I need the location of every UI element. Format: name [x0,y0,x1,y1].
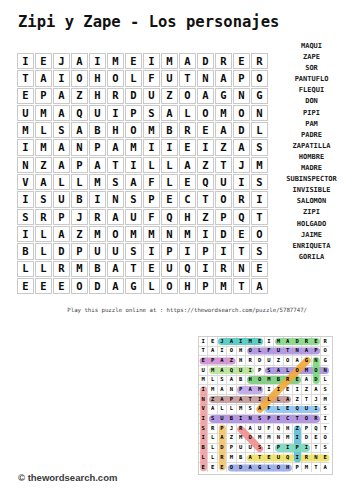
grid-cell: I [17,226,34,242]
grid-cell: L [251,122,268,138]
solution-cell: M [302,463,310,472]
solution-cell: I [302,444,310,453]
grid-cell: O [107,70,124,86]
grid-cell: S [251,243,268,259]
grid-cell: M [89,174,106,190]
solution-cell: S [218,376,226,385]
grid-cell: L [35,122,52,138]
puzzle-url[interactable]: https://thewordsearch.com/puzzle/5787747… [167,307,307,313]
solution-cell: I [312,405,320,414]
grid-cell: R [215,261,232,277]
grid-cell: I [17,139,34,155]
solution-cell: T [199,347,207,356]
grid-cell: E [233,226,250,242]
grid-cell: D [215,226,232,242]
grid-cell: O [71,278,88,294]
grid-cell: M [35,105,52,121]
solution-cell: A [293,356,301,365]
solution-cell: N [293,347,301,356]
solution-cell: E [274,415,282,424]
grid-cell: P [71,157,88,173]
grid-cell: U [17,105,34,121]
grid-cell: A [215,70,232,86]
solution-cell: L [321,376,329,385]
solution-cell: E [312,434,320,443]
grid-cell: O [107,226,124,242]
solution-cell: T [255,453,263,462]
solution-cell: O [255,376,263,385]
solution-cell: P [227,395,235,404]
solution-cell: J [227,424,235,433]
grid-cell: O [251,70,268,86]
solution-cell: G [321,356,329,365]
solution-cell: D [255,356,263,365]
solution-cell: S [265,366,273,375]
solution-cell: I [255,395,263,404]
solution-cell: I [321,415,329,424]
solution-cell: U [237,366,245,375]
grid-cell: A [53,157,70,173]
puzzle-title: Zipi y Zape - Los personajes [18,13,279,31]
grid-cell: S [125,243,142,259]
grid-cell: B [71,191,88,207]
grid-cell: D [89,278,106,294]
grid-cell: H [89,88,106,104]
grid-cell: Z [197,157,214,173]
solution-cell: D [312,376,320,385]
word-list-item: HOLGADO [270,219,353,230]
grid-cell: N [71,139,88,155]
solution-cell: A [208,405,216,414]
solution-cell: Z [302,385,310,394]
solution-cell: R [312,415,320,424]
solution-cell: B [227,415,235,424]
word-list: MAQUIZAPESORPANTUFLOFLEQUIDONPIPIPAMPADR… [270,41,353,263]
solution-cell: S [199,424,207,433]
word-list-item: PANTUFLO [270,74,353,85]
grid-cell: E [179,174,196,190]
solution-cell: A [284,337,292,346]
grid-cell: M [35,139,52,155]
grid-cell: R [53,261,70,277]
grid-cell: E [161,191,178,207]
grid-cell: U [107,243,124,259]
grid-cell: E [233,53,250,69]
solution-cell: M [265,434,273,443]
grid-cell: A [233,139,250,155]
solution-cell: P [218,424,226,433]
solution-cell: I [274,385,282,394]
solution-cell: P [312,347,320,356]
word-list-item: PADRE [270,130,353,141]
grid-cell: I [143,139,160,155]
solution-cell: P [265,415,273,424]
grid-cell: L [35,226,52,242]
solution-cell: Q [227,366,235,375]
solution-cell: R [237,424,245,433]
grid-cell: T [17,70,34,86]
solution-cell: I [265,444,273,453]
solution-cell: Q [274,424,282,433]
solution-cell: N [199,395,207,404]
grid-cell: N [251,105,268,121]
grid-cell: T [233,278,250,294]
solution-cell: U [199,366,207,375]
word-list-item: PAM [270,119,353,130]
solution-cell: A [246,463,254,472]
solution-cell: L [227,405,235,414]
grid-cell: E [197,122,214,138]
grid-cell: A [107,278,124,294]
solution-cell: A [218,395,226,404]
solution-cell: A [227,337,235,346]
solution-cell: M [255,434,263,443]
grid-cell: O [251,226,268,242]
word-list-item: INVISIBLE [270,185,353,196]
solution-cell: M [208,366,216,375]
grid-cell: B [89,261,106,277]
grid-cell: I [125,157,142,173]
grid-cell: H [179,209,196,225]
solution-cell: A [208,347,216,356]
solution-cell: O [227,347,235,356]
word-list-item: MADRE [270,163,353,174]
grid-cell: A [71,53,88,69]
grid-cell: G [251,88,268,104]
grid-cell: T [197,191,214,207]
solution-cell: L [208,434,216,443]
grid-cell: L [161,157,178,173]
grid-cell: A [35,174,52,190]
solution-cell: H [237,356,245,365]
solution-cell: Z [227,356,235,365]
grid-cell: A [179,53,196,69]
solution-cell: B [237,376,245,385]
grid-cell: S [251,139,268,155]
solution-cell: I [265,337,273,346]
grid-cell: O [233,105,250,121]
solution-cell: I [265,385,273,394]
solution-cell: A [302,376,310,385]
grid-cell: L [143,278,160,294]
grid-cell: P [71,243,88,259]
grid-cell: R [215,53,232,69]
solution-cell: T [321,424,329,433]
solution-cell: T [293,415,301,424]
solution-cell: L [208,453,216,462]
grid-cell: M [71,261,88,277]
grid-cell: N [197,70,214,86]
solution-cell: M [199,376,207,385]
grid-cell: U [161,70,178,86]
word-list-item: PIPI [270,108,353,119]
solution-cell: I [293,434,301,443]
word-list-item: HOMBRE [270,152,353,163]
solution-cell: O [302,415,310,424]
solution-cell: L [218,405,226,414]
solution-cell: L [274,395,282,404]
grid-cell: M [125,226,142,242]
grid-cell: L [35,243,52,259]
grid-cell: L [143,157,160,173]
solution-cell: A [227,376,235,385]
grid-cell: U [53,191,70,207]
solution-cell: I [237,337,245,346]
solution-cell: M [208,385,216,394]
grid-cell: A [215,122,232,138]
grid-cell: L [35,261,52,277]
solution-cell: S [321,385,329,394]
grid-cell: A [89,157,106,173]
grid-cell: R [251,53,268,69]
solution-cell: R [284,376,292,385]
solution-cell: A [246,453,254,462]
word-list-item: SOR [270,63,353,74]
grid-cell: M [143,226,160,242]
word-list-item: FLEQUI [270,85,353,96]
grid-cell: P [233,70,250,86]
solution-cell: P [208,356,216,365]
grid-cell: U [89,243,106,259]
solution-cell: P [274,444,282,453]
grid-cell: L [161,174,178,190]
solution-cell: N [246,415,254,424]
solution-cell: A [255,405,263,414]
solution-cell: T [284,347,292,356]
grid-cell: E [17,278,34,294]
grid-cell: A [125,174,142,190]
word-list-item: DON [270,96,353,107]
grid-cell: P [143,191,160,207]
grid-cell: P [35,88,52,104]
solution-cell: I [237,415,245,424]
grid-cell: U [143,88,160,104]
solution-cell: I [284,444,292,453]
grid-cell: N [161,226,178,242]
solution-cell: L [274,405,282,414]
grid-cell: I [17,191,34,207]
grid-cell: R [233,191,250,207]
solution-cell: M [255,385,263,394]
solution-cell: E [199,463,207,472]
grid-cell: M [107,53,124,69]
watermark: © thewordsearch.com [18,472,117,483]
solution-cell: E [293,376,301,385]
grid-cell: Q [179,261,196,277]
grid-cell: M [125,139,142,155]
grid-cell: O [71,70,88,86]
grid-cell: S [53,122,70,138]
solution-cell: M [321,395,329,404]
solution-cell: P [293,463,301,472]
solution-cell: O [284,356,292,365]
grid-cell: I [17,53,34,69]
grid-cell: S [143,105,160,121]
grid-cell: S [125,191,142,207]
grid-cell: M [215,278,232,294]
grid-cell: Z [161,88,178,104]
solution-cell: A [218,385,226,394]
grid-cell: O [125,122,142,138]
grid-cell: F [143,70,160,86]
grid-cell: A [107,139,124,155]
solution-cell: F [265,405,273,414]
grid-cell: A [53,226,70,242]
solution-cell: O [246,347,254,356]
grid-cell: L [179,105,196,121]
solution-cell: S [246,405,254,414]
grid-cell: A [107,209,124,225]
solution-cell: T [312,444,320,453]
grid-cell: D [125,88,142,104]
solution-cell: T [246,395,254,404]
grid-cell: A [251,278,268,294]
solution-cell: U [218,415,226,424]
grid-cell: I [143,243,160,259]
solution-cell: N [312,453,320,462]
grid-cell: F [143,174,160,190]
solution-cell: U [265,356,273,365]
grid-cell: R [35,209,52,225]
solution-cell: S [321,444,329,453]
solution-cell: E [218,463,226,472]
solution-cell: M [265,376,273,385]
grid-cell: I [89,191,106,207]
solution-cell: M [237,434,245,443]
grid-cell: E [17,88,34,104]
grid-cell: T [251,209,268,225]
solution-cell: I [246,366,254,375]
grid-cell: D [197,53,214,69]
solution-cell: R [302,337,310,346]
grid-cell: R [107,88,124,104]
solution-cell: A [237,395,245,404]
solution-cell: E [312,337,320,346]
solution-cell: U [274,453,282,462]
solution-cell: S [255,444,263,453]
grid-cell: I [233,174,250,190]
solution-cell: I [218,347,226,356]
grid-cell: E [143,261,160,277]
solution-cell: M [274,337,282,346]
word-list-item: SALOMON [270,196,353,207]
solution-cell: T [302,395,310,404]
grid-cell: I [179,243,196,259]
solution-cell: O [321,347,329,356]
solution-cell: I [199,337,207,346]
grid-cell: N [233,261,250,277]
solution-cell: N [321,366,329,375]
solution-cell: A [321,463,329,472]
solution-cell: P [237,385,245,394]
solution-cell: A [274,366,282,375]
solution-cell: H [237,347,245,356]
solution-cell: L [199,453,207,462]
grid-cell: N [17,157,34,173]
solution-cell: D [237,463,245,472]
grid-cell: T [179,70,196,86]
grid-cell: U [89,105,106,121]
grid-cell: O [197,105,214,121]
grid-cell: J [71,209,88,225]
grid-cell: M [179,226,196,242]
solution-cell: O [246,434,254,443]
grid-cell: B [161,122,178,138]
grid-cell: H [89,70,106,86]
grid-cell: E [125,53,142,69]
solution-cell: E [284,385,292,394]
grid-cell: I [143,53,160,69]
word-list-item: ENRIQUETA [270,241,353,252]
grid-cell: A [107,261,124,277]
grid-cell: V [17,174,34,190]
solution-cell: A [218,356,226,365]
grid-cell: E [35,53,52,69]
solution-cell: I [293,453,301,462]
solution-cell: L [265,463,273,472]
grid-cell: I [197,226,214,242]
grid-cell: M [143,122,160,138]
solution-cell: M [227,453,235,462]
grid-cell: M [89,226,106,242]
solution-cell: D [218,444,226,453]
grid-cell: Z [71,226,88,242]
grid-cell: U [215,174,232,190]
grid-cell: I [197,139,214,155]
solution-cell: J [312,395,320,404]
solution-cell: H [284,424,292,433]
solution-cell: C [284,415,292,424]
solution-cell: L [255,347,263,356]
grid-cell: B [89,122,106,138]
grid-cell: N [233,88,250,104]
solution-cell: O [227,463,235,472]
solution-cell: O [312,366,320,375]
grid-cell: B [17,243,34,259]
solution-cell: A [302,347,310,356]
solution-cell: M [302,366,310,375]
word-list-item: ZIPI [270,207,353,218]
grid-cell: P [197,278,214,294]
grid-cell: Z [71,88,88,104]
word-list-item: JAIME [270,230,353,241]
grid-cell: U [161,261,178,277]
solution-cell: M [246,337,254,346]
solution-cell: S [321,405,329,414]
grid-cell: M [161,53,178,69]
solution-cell: S [208,415,216,424]
solution-cell: P [293,444,301,453]
grid-cell: A [35,70,52,86]
solution-cell: U [246,444,254,453]
solution-cell: L [208,376,216,385]
solution-cell: Q [293,405,301,414]
grid-cell: O [215,191,232,207]
solution-cell: J [218,337,226,346]
solution-cell: A [218,434,226,443]
word-list-item: MAQUI [270,41,353,52]
grid-cell: P [89,139,106,155]
grid-cell: A [53,88,70,104]
solution-cell: G [302,356,310,365]
solution-cell: E [265,453,273,462]
page-root: Zipi y Zape - Los personajes IEJAIMEIMAD… [0,0,353,500]
solution-cell: E [255,337,263,346]
word-list-item: ZAPE [270,52,353,63]
solution-cell: A [284,395,292,404]
solution-cell: U [255,424,263,433]
solution-cell: E [199,356,207,365]
